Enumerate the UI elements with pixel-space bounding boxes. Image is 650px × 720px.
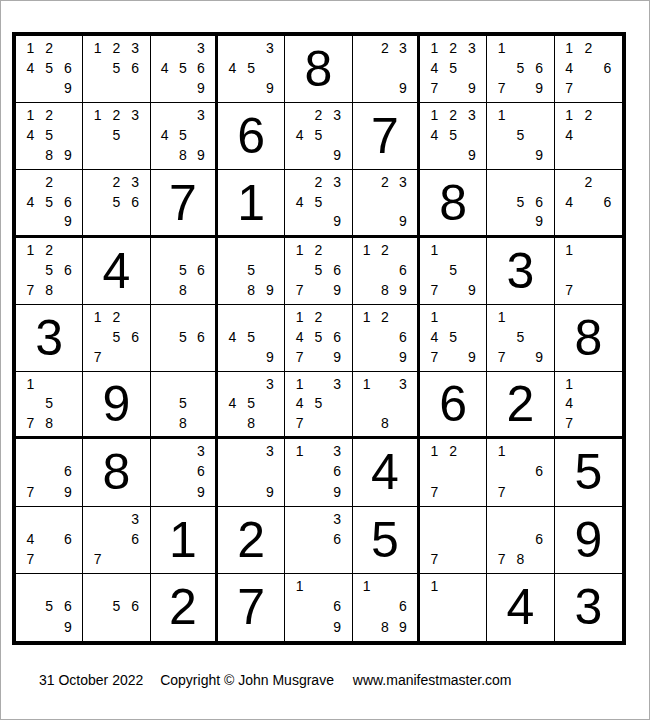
empty-slot <box>174 240 192 260</box>
empty-slot <box>290 172 309 191</box>
empty-slot <box>463 529 482 549</box>
empty-slot <box>21 617 40 637</box>
empty-slot <box>156 461 174 481</box>
cell-r3c9[interactable]: 246 <box>555 170 622 237</box>
candidate-8: 8 <box>40 280 59 300</box>
empty-slot <box>242 38 261 58</box>
empty-slot <box>59 125 78 145</box>
cell-r1c7[interactable]: 1234579 <box>420 36 487 103</box>
cell-r9c3[interactable]: 2 <box>151 574 218 641</box>
cell-r9c9[interactable]: 3 <box>555 574 622 641</box>
cell-r9c2[interactable]: 56 <box>83 574 150 641</box>
candidate-1: 1 <box>425 240 444 260</box>
empty-slot <box>156 307 174 327</box>
empty-slot <box>126 617 145 637</box>
empty-slot <box>358 211 376 230</box>
empty-slot <box>376 347 394 367</box>
empty-slot <box>598 172 617 191</box>
candidate-5: 5 <box>174 327 192 347</box>
candidate-7: 7 <box>21 549 40 569</box>
empty-slot <box>394 307 412 327</box>
empty-slot <box>309 481 328 501</box>
cell-r8c8[interactable]: 678 <box>487 507 554 574</box>
candidate-8: 8 <box>376 617 394 637</box>
candidate-3: 3 <box>192 441 210 461</box>
cell-r3c2[interactable]: 2356 <box>83 170 150 237</box>
cell-r1c6[interactable]: 239 <box>353 36 420 103</box>
empty-slot <box>261 58 280 78</box>
empty-slot <box>223 347 242 367</box>
candidate-7: 7 <box>290 280 309 300</box>
empty-slot <box>444 78 463 98</box>
empty-slot <box>358 327 376 347</box>
pencil-marks: 7 <box>420 507 486 573</box>
empty-slot <box>358 280 376 300</box>
candidate-5: 5 <box>40 192 59 211</box>
candidate-1: 1 <box>425 105 444 125</box>
empty-slot <box>579 413 598 432</box>
empty-slot <box>192 125 210 145</box>
candidate-7: 7 <box>425 280 444 300</box>
empty-slot <box>358 38 376 58</box>
empty-slot <box>358 172 376 191</box>
empty-slot <box>394 240 412 260</box>
cell-r5c2[interactable]: 12567 <box>83 305 150 372</box>
cell-r1c2[interactable]: 12356 <box>83 36 150 103</box>
cell-r8c3[interactable]: 1 <box>151 507 218 574</box>
given-digit: 9 <box>574 515 602 565</box>
cell-r7c1[interactable]: 679 <box>16 439 83 506</box>
candidate-5: 5 <box>40 125 59 145</box>
candidate-6: 6 <box>530 529 549 549</box>
empty-slot <box>261 307 280 327</box>
cell-r7c7[interactable]: 127 <box>420 439 487 506</box>
empty-slot <box>376 576 394 596</box>
empty-slot <box>290 529 309 549</box>
empty-slot <box>261 461 280 481</box>
cell-r8c1[interactable]: 467 <box>16 507 83 574</box>
cell-r5c5[interactable]: 1245679 <box>285 305 352 372</box>
empty-slot <box>21 441 40 461</box>
cell-r9c8[interactable]: 4 <box>487 574 554 641</box>
empty-slot <box>376 327 394 347</box>
empty-slot <box>174 441 192 461</box>
candidate-7: 7 <box>21 280 40 300</box>
candidate-1: 1 <box>290 374 309 393</box>
candidate-5: 5 <box>511 58 530 78</box>
empty-slot <box>492 211 511 230</box>
empty-slot <box>511 78 530 98</box>
candidate-5: 5 <box>40 260 59 280</box>
candidate-1: 1 <box>492 307 511 327</box>
empty-slot <box>579 280 598 300</box>
empty-slot <box>463 576 482 596</box>
candidate-3: 3 <box>328 172 347 191</box>
empty-slot <box>107 145 126 165</box>
candidate-1: 1 <box>358 374 376 393</box>
empty-slot <box>492 461 511 481</box>
cell-r7c9[interactable]: 5 <box>555 439 622 506</box>
empty-slot <box>88 58 107 78</box>
candidate-2: 2 <box>376 38 394 58</box>
empty-slot <box>261 413 280 432</box>
cell-r1c3[interactable]: 34569 <box>151 36 218 103</box>
candidate-6: 6 <box>59 58 78 78</box>
cell-r3c3[interactable]: 7 <box>151 170 218 237</box>
cell-r6c4[interactable]: 3458 <box>218 372 285 439</box>
candidate-8: 8 <box>376 413 394 432</box>
empty-slot <box>511 461 530 481</box>
pencil-marks: 34569 <box>151 36 215 102</box>
candidate-5: 5 <box>309 125 328 145</box>
empty-slot <box>492 509 511 529</box>
empty-slot <box>59 38 78 58</box>
candidate-9: 9 <box>261 347 280 367</box>
cell-r5c7[interactable]: 14579 <box>420 305 487 372</box>
candidate-7: 7 <box>492 549 511 569</box>
candidate-8: 8 <box>174 145 192 165</box>
empty-slot <box>328 240 347 260</box>
candidate-1: 1 <box>21 240 40 260</box>
empty-slot <box>463 260 482 280</box>
candidate-1: 1 <box>290 307 309 327</box>
cell-r9c7[interactable]: 1 <box>420 574 487 641</box>
cell-r6c7[interactable]: 6 <box>420 372 487 439</box>
empty-slot <box>88 596 107 616</box>
pencil-marks: 125678 <box>16 238 82 304</box>
empty-slot <box>579 374 598 393</box>
candidate-8: 8 <box>242 280 261 300</box>
empty-slot <box>463 509 482 529</box>
cell-r2c7[interactable]: 123459 <box>420 103 487 170</box>
candidate-4: 4 <box>560 58 579 78</box>
cell-r5c1[interactable]: 3 <box>16 305 83 372</box>
empty-slot <box>394 413 412 432</box>
empty-slot <box>376 374 394 393</box>
empty-slot <box>309 211 328 230</box>
cell-r2c8[interactable]: 159 <box>487 103 554 170</box>
pencil-marks: 23459 <box>285 170 351 234</box>
candidate-4: 4 <box>156 58 174 78</box>
empty-slot <box>88 509 107 529</box>
cell-r4c4[interactable]: 589 <box>218 238 285 305</box>
empty-slot <box>261 260 280 280</box>
cell-r9c1[interactable]: 569 <box>16 574 83 641</box>
candidate-9: 9 <box>59 211 78 230</box>
pencil-marks: 569 <box>16 574 82 641</box>
cell-r3c6[interactable]: 239 <box>353 170 420 237</box>
cell-r8c4[interactable]: 2 <box>218 507 285 574</box>
candidate-6: 6 <box>328 596 347 616</box>
empty-slot <box>242 441 261 461</box>
empty-slot <box>88 327 107 347</box>
empty-slot <box>358 192 376 211</box>
empty-slot <box>223 78 242 98</box>
empty-slot <box>309 549 328 569</box>
candidate-2: 2 <box>376 172 394 191</box>
candidate-5: 5 <box>242 394 261 413</box>
pencil-marks: 127 <box>420 439 486 505</box>
empty-slot <box>88 576 107 596</box>
candidate-9: 9 <box>261 481 280 501</box>
empty-slot <box>598 125 617 145</box>
empty-slot <box>492 58 511 78</box>
candidate-4: 4 <box>425 58 444 78</box>
empty-slot <box>376 78 394 98</box>
cell-r4c6[interactable]: 12689 <box>353 238 420 305</box>
candidate-6: 6 <box>126 58 145 78</box>
empty-slot <box>192 374 210 393</box>
cell-r7c5[interactable]: 1369 <box>285 439 352 506</box>
empty-slot <box>309 529 328 549</box>
cell-r2c3[interactable]: 34589 <box>151 103 218 170</box>
empty-slot <box>530 125 549 145</box>
candidate-6: 6 <box>59 461 78 481</box>
empty-slot <box>492 327 511 347</box>
empty-slot <box>174 347 192 367</box>
candidate-4: 4 <box>223 58 242 78</box>
cell-r9c6[interactable]: 1689 <box>353 574 420 641</box>
candidate-4: 4 <box>21 125 40 145</box>
cell-r2c4[interactable]: 6 <box>218 103 285 170</box>
cell-r4c8[interactable]: 3 <box>487 238 554 305</box>
candidate-2: 2 <box>107 172 126 191</box>
cell-r6c8[interactable]: 2 <box>487 372 554 439</box>
given-digit: 4 <box>371 447 399 497</box>
empty-slot <box>223 38 242 58</box>
candidate-2: 2 <box>107 307 126 327</box>
pencil-marks: 169 <box>285 574 351 641</box>
empty-slot <box>358 78 376 98</box>
cell-r3c7[interactable]: 8 <box>420 170 487 237</box>
cell-r2c5[interactable]: 23459 <box>285 103 352 170</box>
cell-r7c6[interactable]: 4 <box>353 439 420 506</box>
cell-r1c4[interactable]: 3459 <box>218 36 285 103</box>
cell-r1c8[interactable]: 15679 <box>487 36 554 103</box>
empty-slot <box>223 461 242 481</box>
cell-r5c3[interactable]: 56 <box>151 305 218 372</box>
empty-slot <box>223 240 242 260</box>
empty-slot <box>192 394 210 413</box>
cell-r6c5[interactable]: 13457 <box>285 372 352 439</box>
candidate-2: 2 <box>40 240 59 260</box>
empty-slot <box>530 172 549 191</box>
candidate-9: 9 <box>463 78 482 98</box>
empty-slot <box>492 125 511 145</box>
candidate-9: 9 <box>192 78 210 98</box>
candidate-9: 9 <box>59 145 78 165</box>
candidate-2: 2 <box>444 105 463 125</box>
candidate-6: 6 <box>328 461 347 481</box>
empty-slot <box>242 240 261 260</box>
empty-slot <box>463 617 482 637</box>
candidate-5: 5 <box>107 125 126 145</box>
cell-r5c4[interactable]: 459 <box>218 305 285 372</box>
cell-r4c7[interactable]: 1579 <box>420 238 487 305</box>
cell-r2c2[interactable]: 1235 <box>83 103 150 170</box>
candidate-7: 7 <box>425 347 444 367</box>
candidate-5: 5 <box>242 58 261 78</box>
cell-r9c4[interactable]: 7 <box>218 574 285 641</box>
empty-slot <box>463 441 482 461</box>
cell-r8c7[interactable]: 7 <box>420 507 487 574</box>
empty-slot <box>107 78 126 98</box>
empty-slot <box>309 461 328 481</box>
cell-r5c8[interactable]: 1579 <box>487 305 554 372</box>
pencil-marks: 1269 <box>353 305 417 371</box>
empty-slot <box>223 260 242 280</box>
empty-slot <box>444 461 463 481</box>
cell-r4c9[interactable]: 17 <box>555 238 622 305</box>
candidate-9: 9 <box>328 211 347 230</box>
empty-slot <box>358 394 376 413</box>
cell-r1c1[interactable]: 124569 <box>16 36 83 103</box>
empty-slot <box>376 260 394 280</box>
empty-slot <box>290 461 309 481</box>
candidate-9: 9 <box>59 617 78 637</box>
candidate-1: 1 <box>88 307 107 327</box>
candidate-1: 1 <box>358 576 376 596</box>
candidate-3: 3 <box>394 172 412 191</box>
cell-r1c9[interactable]: 12467 <box>555 36 622 103</box>
candidate-9: 9 <box>394 280 412 300</box>
empty-slot <box>598 260 617 280</box>
candidate-1: 1 <box>21 105 40 125</box>
pencil-marks: 1245679 <box>285 305 351 371</box>
cell-r2c9[interactable]: 124 <box>555 103 622 170</box>
candidate-7: 7 <box>290 413 309 432</box>
cell-r3c1[interactable]: 24569 <box>16 170 83 237</box>
empty-slot <box>126 125 145 145</box>
candidate-6: 6 <box>126 596 145 616</box>
cell-r6c1[interactable]: 1578 <box>16 372 83 439</box>
cell-r7c2[interactable]: 8 <box>83 439 150 506</box>
empty-slot <box>560 172 579 191</box>
cell-r8c5[interactable]: 36 <box>285 507 352 574</box>
empty-slot <box>40 529 59 549</box>
candidate-4: 4 <box>156 125 174 145</box>
cell-r6c3[interactable]: 58 <box>151 372 218 439</box>
candidate-9: 9 <box>328 617 347 637</box>
cell-r7c8[interactable]: 167 <box>487 439 554 506</box>
empty-slot <box>394 394 412 413</box>
candidate-6: 6 <box>394 327 412 347</box>
cell-r3c4[interactable]: 1 <box>218 170 285 237</box>
pencil-marks: 147 <box>555 372 622 436</box>
empty-slot <box>444 529 463 549</box>
pencil-marks: 34589 <box>151 103 215 169</box>
candidate-8: 8 <box>376 280 394 300</box>
cell-r5c9[interactable]: 8 <box>555 305 622 372</box>
pencil-marks: 1579 <box>487 305 553 371</box>
cell-r3c8[interactable]: 569 <box>487 170 554 237</box>
cell-r4c1[interactable]: 125678 <box>16 238 83 305</box>
cell-r9c5[interactable]: 169 <box>285 574 352 641</box>
pencil-marks: 467 <box>16 507 82 573</box>
empty-slot <box>463 58 482 78</box>
empty-slot <box>126 576 145 596</box>
candidate-4: 4 <box>560 394 579 413</box>
candidate-7: 7 <box>88 549 107 569</box>
cell-r8c6[interactable]: 5 <box>353 507 420 574</box>
candidate-9: 9 <box>261 78 280 98</box>
empty-slot <box>126 307 145 327</box>
cell-r1c5[interactable]: 8 <box>285 36 352 103</box>
empty-slot <box>192 413 210 432</box>
cell-r7c4[interactable]: 39 <box>218 439 285 506</box>
given-digit: 2 <box>169 582 197 632</box>
empty-slot <box>59 374 78 393</box>
cell-r2c1[interactable]: 124589 <box>16 103 83 170</box>
given-digit: 7 <box>169 178 197 228</box>
candidate-2: 2 <box>309 307 328 327</box>
empty-slot <box>530 105 549 125</box>
cell-r5c6[interactable]: 1269 <box>353 305 420 372</box>
candidate-5: 5 <box>40 394 59 413</box>
empty-slot <box>40 549 59 569</box>
empty-slot <box>444 347 463 367</box>
candidate-2: 2 <box>444 441 463 461</box>
cell-r6c6[interactable]: 138 <box>353 372 420 439</box>
cell-r4c5[interactable]: 125679 <box>285 238 352 305</box>
candidate-3: 3 <box>192 38 210 58</box>
empty-slot <box>530 549 549 569</box>
sudoku-page: 1245691235634569345982391234579156791246… <box>0 0 650 720</box>
empty-slot <box>290 211 309 230</box>
empty-slot <box>425 260 444 280</box>
empty-slot <box>394 58 412 78</box>
cell-r6c9[interactable]: 147 <box>555 372 622 439</box>
empty-slot <box>261 240 280 260</box>
empty-slot <box>156 374 174 393</box>
candidate-8: 8 <box>174 280 192 300</box>
cell-r8c2[interactable]: 367 <box>83 507 150 574</box>
candidate-1: 1 <box>290 576 309 596</box>
empty-slot <box>530 38 549 58</box>
empty-slot <box>242 78 261 98</box>
candidate-9: 9 <box>328 145 347 165</box>
empty-slot <box>59 576 78 596</box>
empty-slot <box>156 145 174 165</box>
given-digit: 5 <box>371 515 399 565</box>
cell-r3c5[interactable]: 23459 <box>285 170 352 237</box>
empty-slot <box>309 374 328 393</box>
empty-slot <box>511 529 530 549</box>
cell-r6c2[interactable]: 9 <box>83 372 150 439</box>
candidate-4: 4 <box>290 327 309 347</box>
empty-slot <box>242 347 261 367</box>
empty-slot <box>156 441 174 461</box>
empty-slot <box>530 481 549 501</box>
cell-r4c2[interactable]: 4 <box>83 238 150 305</box>
pencil-marks: 2356 <box>83 170 149 234</box>
empty-slot <box>40 78 59 98</box>
cell-r8c9[interactable]: 9 <box>555 507 622 574</box>
empty-slot <box>88 145 107 165</box>
empty-slot <box>463 240 482 260</box>
cell-r7c3[interactable]: 369 <box>151 439 218 506</box>
cell-r4c3[interactable]: 568 <box>151 238 218 305</box>
cell-r2c6[interactable]: 7 <box>353 103 420 170</box>
candidate-9: 9 <box>463 145 482 165</box>
candidate-6: 6 <box>328 529 347 549</box>
given-digit: 3 <box>574 582 602 632</box>
empty-slot <box>598 38 617 58</box>
candidate-3: 3 <box>328 441 347 461</box>
sudoku-board: 1245691235634569345982391234579156791246… <box>12 32 626 645</box>
empty-slot <box>358 58 376 78</box>
empty-slot <box>174 374 192 393</box>
